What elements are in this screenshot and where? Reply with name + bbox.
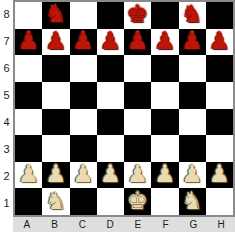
file-label-b: B xyxy=(41,217,69,232)
file-label-d: D xyxy=(96,217,124,232)
square-c2[interactable]: ♟ xyxy=(70,162,97,189)
file-label-h: H xyxy=(207,217,235,232)
square-g7[interactable]: ♟ xyxy=(179,29,206,56)
square-d3[interactable] xyxy=(97,135,124,162)
square-c5[interactable] xyxy=(70,82,97,109)
square-b7[interactable]: ♟ xyxy=(42,29,69,56)
rank-label-6: 6 xyxy=(0,54,13,81)
square-e1[interactable]: ♚ xyxy=(124,188,151,215)
red-knight-b8[interactable]: ♞ xyxy=(45,2,67,26)
rank-label-8: 8 xyxy=(0,0,13,27)
square-c7[interactable]: ♟ xyxy=(70,29,97,56)
square-h7[interactable]: ♟ xyxy=(206,29,233,56)
square-g4[interactable] xyxy=(179,109,206,136)
white-pawn-h2[interactable]: ♟ xyxy=(209,162,231,186)
square-a6[interactable] xyxy=(15,55,42,82)
file-label-g: G xyxy=(180,217,208,232)
red-knight-g8[interactable]: ♞ xyxy=(181,2,203,26)
red-pawn-c7[interactable]: ♟ xyxy=(72,29,94,53)
square-d5[interactable] xyxy=(97,82,124,109)
square-c8[interactable] xyxy=(70,2,97,29)
square-d6[interactable] xyxy=(97,55,124,82)
square-e3[interactable] xyxy=(124,135,151,162)
red-pawn-e7[interactable]: ♟ xyxy=(127,29,149,53)
red-pawn-a7[interactable]: ♟ xyxy=(18,29,40,53)
white-knight-b1[interactable]: ♞ xyxy=(45,189,67,213)
square-g6[interactable] xyxy=(179,55,206,82)
square-c6[interactable] xyxy=(70,55,97,82)
rank-label-1: 1 xyxy=(0,190,13,217)
rank-label-3: 3 xyxy=(0,136,13,163)
white-knight-g1[interactable]: ♞ xyxy=(181,189,203,213)
square-h5[interactable] xyxy=(206,82,233,109)
board-corner-spacer xyxy=(0,217,13,232)
red-pawn-b7[interactable]: ♟ xyxy=(45,29,67,53)
chess-diagram: 87654321 ♞♚♞♟♟♟♟♟♟♟♟♟♟♟♟♟♟♟♟♞♚♞ ABCDEFGH xyxy=(0,0,235,232)
square-b5[interactable] xyxy=(42,82,69,109)
square-b1[interactable]: ♞ xyxy=(42,188,69,215)
square-b4[interactable] xyxy=(42,109,69,136)
white-pawn-e2[interactable]: ♟ xyxy=(127,162,149,186)
square-f4[interactable] xyxy=(151,109,178,136)
square-f3[interactable] xyxy=(151,135,178,162)
white-pawn-g2[interactable]: ♟ xyxy=(181,162,203,186)
chess-board: ♞♚♞♟♟♟♟♟♟♟♟♟♟♟♟♟♟♟♟♞♚♞ xyxy=(13,0,235,217)
square-h3[interactable] xyxy=(206,135,233,162)
square-f7[interactable]: ♟ xyxy=(151,29,178,56)
rank-label-2: 2 xyxy=(0,163,13,190)
square-c1[interactable] xyxy=(70,188,97,215)
square-f1[interactable] xyxy=(151,188,178,215)
white-pawn-c2[interactable]: ♟ xyxy=(72,162,94,186)
white-pawn-d2[interactable]: ♟ xyxy=(100,162,122,186)
white-pawn-a2[interactable]: ♟ xyxy=(18,162,40,186)
square-a1[interactable] xyxy=(15,188,42,215)
square-d7[interactable]: ♟ xyxy=(97,29,124,56)
red-pawn-h7[interactable]: ♟ xyxy=(209,29,231,53)
square-f8[interactable] xyxy=(151,2,178,29)
square-h2[interactable]: ♟ xyxy=(206,162,233,189)
square-d1[interactable] xyxy=(97,188,124,215)
square-d8[interactable] xyxy=(97,2,124,29)
square-c4[interactable] xyxy=(70,109,97,136)
square-h1[interactable] xyxy=(206,188,233,215)
square-h6[interactable] xyxy=(206,55,233,82)
red-pawn-d7[interactable]: ♟ xyxy=(100,29,122,53)
square-g1[interactable]: ♞ xyxy=(179,188,206,215)
square-h8[interactable] xyxy=(206,2,233,29)
square-e7[interactable]: ♟ xyxy=(124,29,151,56)
square-e4[interactable] xyxy=(124,109,151,136)
white-pawn-b2[interactable]: ♟ xyxy=(45,162,67,186)
white-pawn-f2[interactable]: ♟ xyxy=(154,162,176,186)
square-e5[interactable] xyxy=(124,82,151,109)
square-b6[interactable] xyxy=(42,55,69,82)
red-king-e8[interactable]: ♚ xyxy=(127,2,149,26)
file-label-e: E xyxy=(124,217,152,232)
square-a4[interactable] xyxy=(15,109,42,136)
square-a2[interactable]: ♟ xyxy=(15,162,42,189)
white-king-e1[interactable]: ♚ xyxy=(127,189,149,213)
square-f2[interactable]: ♟ xyxy=(151,162,178,189)
square-d4[interactable] xyxy=(97,109,124,136)
square-f6[interactable] xyxy=(151,55,178,82)
rank-label-4: 4 xyxy=(0,109,13,136)
red-pawn-g7[interactable]: ♟ xyxy=(181,29,203,53)
rank-label-5: 5 xyxy=(0,81,13,108)
square-g2[interactable]: ♟ xyxy=(179,162,206,189)
square-a7[interactable]: ♟ xyxy=(15,29,42,56)
red-pawn-f7[interactable]: ♟ xyxy=(154,29,176,53)
file-label-c: C xyxy=(69,217,97,232)
square-e2[interactable]: ♟ xyxy=(124,162,151,189)
square-f5[interactable] xyxy=(151,82,178,109)
square-g5[interactable] xyxy=(179,82,206,109)
square-h4[interactable] xyxy=(206,109,233,136)
square-a8[interactable] xyxy=(15,2,42,29)
square-b8[interactable]: ♞ xyxy=(42,2,69,29)
square-e8[interactable]: ♚ xyxy=(124,2,151,29)
square-a5[interactable] xyxy=(15,82,42,109)
square-b3[interactable] xyxy=(42,135,69,162)
file-labels: ABCDEFGH xyxy=(13,217,235,232)
square-g8[interactable]: ♞ xyxy=(179,2,206,29)
rank-labels: 87654321 xyxy=(0,0,13,217)
square-a3[interactable] xyxy=(15,135,42,162)
square-e6[interactable] xyxy=(124,55,151,82)
square-c3[interactable] xyxy=(70,135,97,162)
square-b2[interactable]: ♟ xyxy=(42,162,69,189)
file-label-f: F xyxy=(152,217,180,232)
square-g3[interactable] xyxy=(179,135,206,162)
square-d2[interactable]: ♟ xyxy=(97,162,124,189)
rank-label-7: 7 xyxy=(0,27,13,54)
file-label-a: A xyxy=(13,217,41,232)
